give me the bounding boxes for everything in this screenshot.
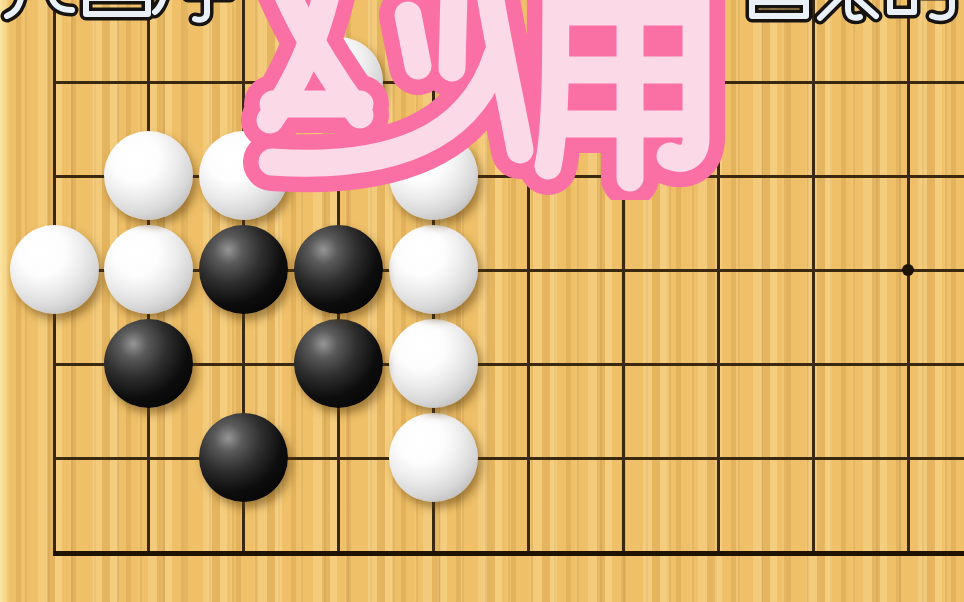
white-stone-C5 <box>199 131 288 220</box>
black-stone-B3 <box>104 319 193 408</box>
video-frame: 妙用 先自行 音乐吗 <box>0 0 964 602</box>
white-stone-A4 <box>10 225 99 314</box>
white-stone-E2 <box>389 413 478 502</box>
grid-line-horizontal <box>53 457 964 460</box>
white-stone-E5 <box>389 131 478 220</box>
go-board[interactable] <box>0 0 964 602</box>
white-stone-D6 <box>294 37 383 126</box>
white-stone-E3 <box>389 319 478 408</box>
black-stone-C4 <box>199 225 288 314</box>
white-stone-B4 <box>104 225 193 314</box>
star-point <box>902 264 914 276</box>
board-bottom-edge-line <box>53 551 964 556</box>
grid-line-horizontal <box>53 81 964 84</box>
black-stone-D4 <box>294 225 383 314</box>
white-stone-E4 <box>389 225 478 314</box>
black-stone-C2 <box>199 413 288 502</box>
black-stone-D3 <box>294 319 383 408</box>
white-stone-B5 <box>104 131 193 220</box>
